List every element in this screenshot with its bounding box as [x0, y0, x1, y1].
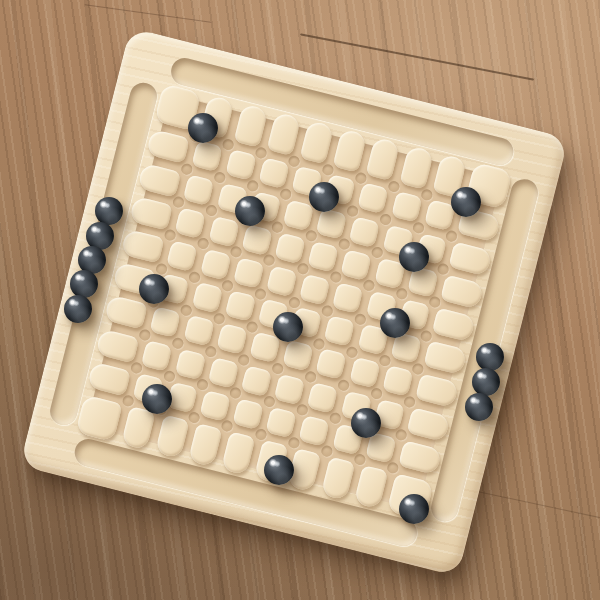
intersection-dimple[interactable] — [255, 146, 268, 159]
grid-bump — [207, 357, 239, 389]
table-crack — [85, 4, 212, 23]
grid-bump — [349, 216, 381, 248]
intersection-dimple[interactable] — [320, 304, 333, 317]
intersection-dimple[interactable] — [346, 204, 359, 217]
grid-bump — [121, 229, 165, 264]
intersection-dimple[interactable] — [171, 336, 184, 349]
intersection-dimple[interactable] — [379, 213, 392, 226]
grid-bump — [208, 215, 240, 247]
grid-bump — [432, 307, 476, 342]
grid-bump — [266, 112, 301, 156]
grid-bump — [154, 414, 189, 458]
intersection-dimple[interactable] — [262, 395, 275, 408]
intersection-dimple[interactable] — [329, 271, 342, 284]
grid-bump — [282, 340, 314, 372]
grid-bump — [216, 323, 248, 355]
intersection-dimple[interactable] — [271, 362, 284, 375]
intersection-dimple[interactable] — [246, 179, 259, 192]
grid-bump — [199, 390, 231, 422]
intersection-dimple[interactable] — [428, 296, 441, 309]
table-crack — [470, 489, 600, 521]
intersection-dimple[interactable] — [386, 461, 399, 474]
black-stone-left-tray[interactable] — [95, 197, 123, 225]
grid-bump — [315, 349, 347, 381]
intersection-dimple[interactable] — [328, 412, 341, 425]
intersection-dimple[interactable] — [354, 171, 367, 184]
grid-bump — [233, 103, 268, 147]
grid-bump — [150, 307, 182, 339]
intersection-dimple[interactable] — [437, 263, 450, 276]
grid-bump — [440, 274, 484, 309]
intersection-dimple[interactable] — [362, 279, 375, 292]
grid-bump — [399, 145, 434, 189]
grid-bump — [274, 232, 306, 264]
grid-bump — [188, 423, 223, 467]
grid-bump — [398, 440, 442, 475]
grid-bump — [299, 120, 334, 164]
grid-bump — [415, 374, 459, 409]
intersection-dimple[interactable] — [420, 188, 433, 201]
grid-bump — [274, 373, 306, 405]
grid-bump — [406, 407, 450, 442]
intersection-dimple[interactable] — [229, 245, 242, 258]
intersection-dimple[interactable] — [213, 312, 226, 325]
intersection-dimple[interactable] — [163, 370, 176, 383]
grid-bump — [366, 137, 401, 181]
intersection-dimple[interactable] — [312, 337, 325, 350]
intersection-dimple[interactable] — [403, 395, 416, 408]
black-stone-board[interactable] — [399, 494, 429, 524]
black-stone-board[interactable] — [264, 455, 294, 485]
intersection-dimple[interactable] — [354, 312, 367, 325]
intersection-dimple[interactable] — [187, 411, 200, 424]
intersection-dimple[interactable] — [221, 138, 234, 151]
intersection-dimple[interactable] — [246, 320, 259, 333]
game-board — [19, 27, 568, 576]
black-stone-board[interactable] — [139, 274, 169, 304]
grid-bump — [341, 249, 373, 281]
intersection-dimple[interactable] — [179, 303, 192, 316]
grid-bump — [146, 129, 190, 164]
black-stone-right-tray[interactable] — [476, 343, 504, 371]
intersection-dimple[interactable] — [205, 204, 218, 217]
table-crack — [300, 33, 534, 80]
grid-bump — [316, 208, 348, 240]
grid-bump — [349, 357, 381, 389]
grid-bump — [382, 365, 414, 397]
grid-bump — [221, 431, 256, 475]
intersection-dimple[interactable] — [263, 254, 276, 267]
black-stone-right-tray[interactable] — [465, 393, 493, 421]
intersection-dimple[interactable] — [254, 287, 267, 300]
black-stone-board[interactable] — [188, 113, 218, 143]
intersection-dimple[interactable] — [138, 328, 151, 341]
intersection-dimple[interactable] — [213, 171, 226, 184]
intersection-dimple[interactable] — [271, 221, 284, 234]
black-stone-board[interactable] — [235, 196, 265, 226]
grid-bump — [174, 348, 206, 380]
grid-bump — [390, 191, 422, 223]
grid-bump — [183, 174, 215, 206]
grid-bump — [137, 162, 181, 197]
table-surface — [0, 0, 600, 600]
intersection-dimple[interactable] — [221, 420, 234, 433]
intersection-dimple[interactable] — [353, 453, 366, 466]
intersection-dimple[interactable] — [420, 329, 433, 342]
grid-bump — [200, 249, 232, 281]
grid-bump — [307, 382, 339, 414]
intersection-dimple[interactable] — [287, 295, 300, 308]
black-stone-board[interactable] — [399, 242, 429, 272]
black-stone-board[interactable] — [142, 384, 172, 414]
grid-bump — [333, 129, 368, 173]
black-stone-left-tray[interactable] — [70, 270, 98, 298]
intersection-dimple[interactable] — [296, 262, 309, 275]
intersection-dimple[interactable] — [304, 229, 317, 242]
intersection-dimple[interactable] — [295, 403, 308, 416]
intersection-dimple[interactable] — [188, 270, 201, 283]
grid-bump — [192, 141, 224, 173]
grid-bump — [332, 282, 364, 314]
intersection-dimple[interactable] — [237, 353, 250, 366]
intersection-dimple[interactable] — [337, 237, 350, 250]
black-stone-board[interactable] — [309, 182, 339, 212]
grid-bump — [299, 415, 331, 447]
grid-bump — [191, 282, 223, 314]
intersection-dimple[interactable] — [130, 361, 143, 374]
grid-bump — [258, 158, 290, 190]
black-stone-board[interactable] — [451, 187, 481, 217]
grid-bump — [141, 340, 173, 372]
grid-bump — [225, 149, 257, 181]
grid-bump — [324, 315, 356, 347]
grid-bump — [175, 207, 207, 239]
grid-bump — [357, 183, 389, 215]
intersection-dimple[interactable] — [196, 378, 209, 391]
intersection-dimple[interactable] — [279, 187, 292, 200]
intersection-dimple[interactable] — [320, 445, 333, 458]
intersection-dimple[interactable] — [304, 370, 317, 383]
intersection-dimple[interactable] — [221, 279, 234, 292]
intersection-dimple[interactable] — [370, 387, 383, 400]
black-stone-left-tray[interactable] — [64, 295, 92, 323]
grid-bump — [87, 361, 131, 396]
grid-bump — [183, 315, 215, 347]
intersection-dimple[interactable] — [387, 179, 400, 192]
intersection-dimple[interactable] — [412, 362, 425, 375]
intersection-dimple[interactable] — [395, 287, 408, 300]
grid-bump — [353, 465, 388, 509]
grid-bump — [266, 265, 298, 297]
grid-bump — [320, 456, 355, 500]
black-stone-board[interactable] — [273, 312, 303, 342]
grid-bump — [224, 290, 256, 322]
grid-bump — [241, 365, 273, 397]
grid-bump — [283, 199, 315, 231]
intersection-dimple[interactable] — [412, 221, 425, 234]
intersection-dimple[interactable] — [196, 237, 209, 250]
intersection-dimple[interactable] — [378, 354, 391, 367]
grid-bump — [448, 241, 492, 276]
intersection-dimple[interactable] — [321, 163, 334, 176]
grid-bump — [233, 257, 265, 289]
intersection-dimple[interactable] — [288, 154, 301, 167]
grid-bump — [75, 394, 122, 441]
intersection-dimple[interactable] — [163, 229, 176, 242]
black-stone-board[interactable] — [380, 308, 410, 338]
black-stone-board[interactable] — [351, 408, 381, 438]
grid-bump — [307, 241, 339, 273]
intersection-dimple[interactable] — [229, 386, 242, 399]
intersection-dimple[interactable] — [287, 436, 300, 449]
black-stone-right-tray[interactable] — [472, 368, 500, 396]
intersection-dimple[interactable] — [445, 229, 458, 242]
grid-bump — [129, 196, 173, 231]
grid-bump — [95, 328, 139, 363]
intersection-dimple[interactable] — [395, 428, 408, 441]
grid-bump — [299, 274, 331, 306]
intersection-dimple[interactable] — [171, 195, 184, 208]
intersection-dimple[interactable] — [180, 162, 193, 175]
intersection-dimple[interactable] — [370, 246, 383, 259]
intersection-dimple[interactable] — [337, 378, 350, 391]
intersection-dimple[interactable] — [254, 428, 267, 441]
grid-bump — [104, 295, 148, 330]
intersection-dimple[interactable] — [121, 394, 134, 407]
intersection-dimple[interactable] — [155, 262, 168, 275]
intersection-dimple[interactable] — [204, 345, 217, 358]
grid-bump — [241, 224, 273, 256]
grid-bump — [232, 398, 264, 430]
grid-bump — [423, 341, 467, 376]
grid-bump — [166, 240, 198, 272]
intersection-dimple[interactable] — [345, 345, 358, 358]
grid-bump — [265, 406, 297, 438]
